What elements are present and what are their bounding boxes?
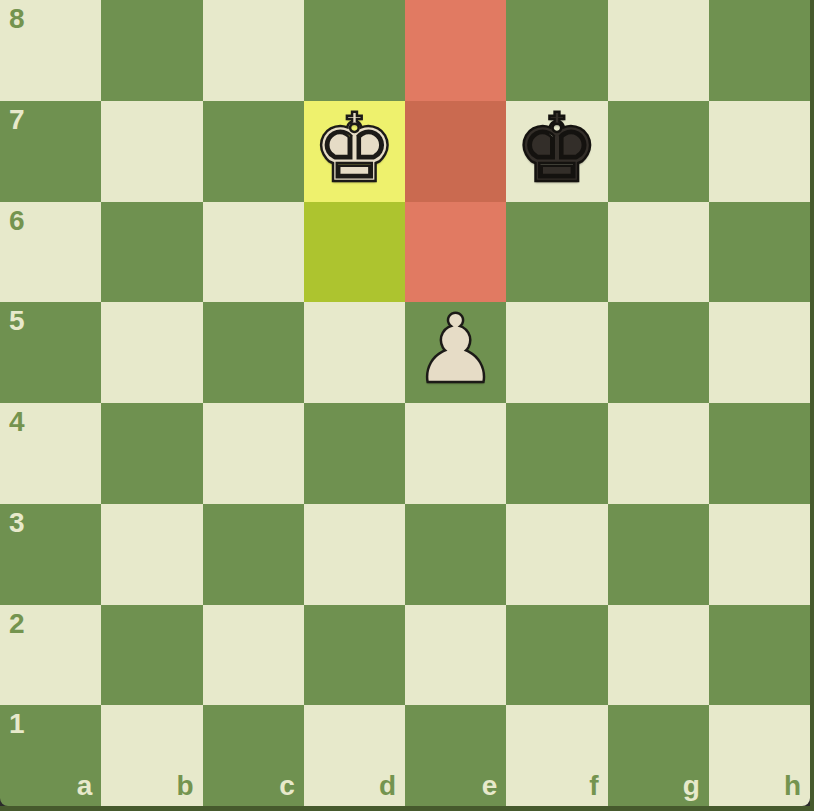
square-d7[interactable]: ♚ <box>304 101 405 202</box>
board-edge-bottom <box>0 806 814 811</box>
rank-label-2: 2 <box>9 610 25 638</box>
square-c7[interactable] <box>203 101 304 202</box>
file-label-a: a <box>77 772 93 800</box>
square-g5[interactable] <box>608 302 709 403</box>
square-d8[interactable] <box>304 0 405 101</box>
square-g8[interactable] <box>608 0 709 101</box>
square-c5[interactable] <box>203 302 304 403</box>
square-b5[interactable] <box>101 302 202 403</box>
rank-label-1: 1 <box>9 710 25 738</box>
square-h7[interactable] <box>709 101 810 202</box>
square-c6[interactable] <box>203 202 304 303</box>
file-label-c: c <box>279 772 295 800</box>
square-e1[interactable]: e <box>405 705 506 806</box>
square-c1[interactable]: c <box>203 705 304 806</box>
square-d1[interactable]: d <box>304 705 405 806</box>
square-a6[interactable]: 6 <box>0 202 101 303</box>
square-e5[interactable]: ♟ <box>405 302 506 403</box>
square-a4[interactable]: 4 <box>0 403 101 504</box>
rank-label-6: 6 <box>9 207 25 235</box>
square-g7[interactable] <box>608 101 709 202</box>
square-c2[interactable] <box>203 605 304 706</box>
square-f7[interactable]: ♚ <box>506 101 607 202</box>
square-a5[interactable]: 5 <box>0 302 101 403</box>
rank-label-8: 8 <box>9 5 25 33</box>
square-e8[interactable] <box>405 0 506 101</box>
white-pawn[interactable]: ♟ <box>413 302 498 397</box>
file-label-f: f <box>589 772 598 800</box>
square-e3[interactable] <box>405 504 506 605</box>
square-f2[interactable] <box>506 605 607 706</box>
rank-label-7: 7 <box>9 106 25 134</box>
square-a8[interactable]: 8 <box>0 0 101 101</box>
square-a7[interactable]: 7 <box>0 101 101 202</box>
file-label-e: e <box>482 772 498 800</box>
square-g6[interactable] <box>608 202 709 303</box>
square-h8[interactable] <box>709 0 810 101</box>
square-e4[interactable] <box>405 403 506 504</box>
square-f6[interactable] <box>506 202 607 303</box>
white-king[interactable]: ♚ <box>312 101 397 196</box>
square-d3[interactable] <box>304 504 405 605</box>
file-label-b: b <box>176 772 193 800</box>
square-e6[interactable] <box>405 202 506 303</box>
square-b7[interactable] <box>101 101 202 202</box>
square-b2[interactable] <box>101 605 202 706</box>
square-h3[interactable] <box>709 504 810 605</box>
square-a2[interactable]: 2 <box>0 605 101 706</box>
square-e2[interactable] <box>405 605 506 706</box>
square-d4[interactable] <box>304 403 405 504</box>
square-a1[interactable]: 1a <box>0 705 101 806</box>
board-edge-right <box>810 0 814 811</box>
square-d5[interactable] <box>304 302 405 403</box>
square-f3[interactable] <box>506 504 607 605</box>
square-b8[interactable] <box>101 0 202 101</box>
square-c8[interactable] <box>203 0 304 101</box>
square-f1[interactable]: f <box>506 705 607 806</box>
square-g3[interactable] <box>608 504 709 605</box>
black-king[interactable]: ♚ <box>514 101 599 196</box>
file-label-g: g <box>683 772 700 800</box>
square-h1[interactable]: h <box>709 705 810 806</box>
square-d6[interactable] <box>304 202 405 303</box>
square-a3[interactable]: 3 <box>0 504 101 605</box>
square-h2[interactable] <box>709 605 810 706</box>
square-d2[interactable] <box>304 605 405 706</box>
square-g1[interactable]: g <box>608 705 709 806</box>
square-h4[interactable] <box>709 403 810 504</box>
chess-board: 87♚♚65♟4321abcdefgh <box>0 0 810 806</box>
square-f8[interactable] <box>506 0 607 101</box>
square-b1[interactable]: b <box>101 705 202 806</box>
square-e7[interactable] <box>405 101 506 202</box>
square-b6[interactable] <box>101 202 202 303</box>
square-f4[interactable] <box>506 403 607 504</box>
rank-label-4: 4 <box>9 408 25 436</box>
rank-label-5: 5 <box>9 307 25 335</box>
file-label-h: h <box>784 772 801 800</box>
square-g4[interactable] <box>608 403 709 504</box>
square-g2[interactable] <box>608 605 709 706</box>
file-label-d: d <box>379 772 396 800</box>
square-b3[interactable] <box>101 504 202 605</box>
rank-label-3: 3 <box>9 509 25 537</box>
chess-board-container: 87♚♚65♟4321abcdefgh <box>0 0 814 811</box>
square-h5[interactable] <box>709 302 810 403</box>
square-c3[interactable] <box>203 504 304 605</box>
square-b4[interactable] <box>101 403 202 504</box>
square-c4[interactable] <box>203 403 304 504</box>
square-f5[interactable] <box>506 302 607 403</box>
square-h6[interactable] <box>709 202 810 303</box>
